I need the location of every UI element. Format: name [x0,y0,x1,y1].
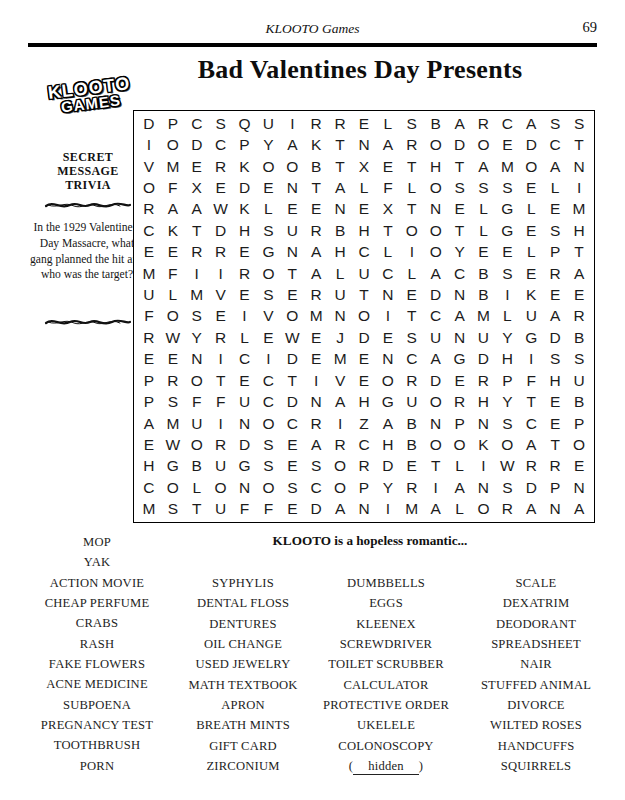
grid-cell[interactable]: L [161,284,185,305]
grid-cell[interactable]: S [567,113,591,134]
grid-cell[interactable]: O [472,134,496,155]
grid-cell[interactable]: P [495,370,519,391]
grid-cell[interactable]: F [233,499,257,520]
grid-cell[interactable]: U [256,113,280,134]
grid-cell[interactable]: C [137,477,161,498]
grid-cell[interactable]: E [304,349,328,370]
grid-cell[interactable]: A [304,242,328,263]
grid-cell[interactable]: I [400,242,424,263]
grid-cell[interactable]: T [543,434,567,455]
grid-cell[interactable]: N [448,327,472,348]
grid-cell[interactable]: R [448,391,472,412]
grid-cell[interactable]: M [161,156,185,177]
grid-cell[interactable]: F [376,177,400,198]
grid-cell[interactable]: L [519,242,543,263]
grid-cell[interactable]: V [137,156,161,177]
grid-cell[interactable]: M [495,156,519,177]
grid-cell[interactable]: E [137,242,161,263]
grid-cell[interactable]: I [376,306,400,327]
grid-cell[interactable]: E [376,156,400,177]
grid-cell[interactable]: N [304,391,328,412]
grid-cell[interactable]: L [448,499,472,520]
grid-cell[interactable]: H [328,242,352,263]
grid-cell[interactable]: E [472,242,496,263]
grid-cell[interactable]: R [543,456,567,477]
grid-cell[interactable]: I [209,413,233,434]
grid-cell[interactable]: R [137,327,161,348]
grid-cell[interactable]: O [161,306,185,327]
grid-cell[interactable]: M [185,284,209,305]
grid-cell[interactable]: N [376,284,400,305]
grid-cell[interactable]: N [567,156,591,177]
grid-cell[interactable]: U [209,499,233,520]
grid-cell[interactable]: E [519,263,543,284]
grid-cell[interactable]: E [161,349,185,370]
grid-cell[interactable]: E [233,242,257,263]
grid-cell[interactable]: V [328,370,352,391]
grid-cell[interactable]: C [519,413,543,434]
grid-cell[interactable]: R [209,156,233,177]
grid-cell[interactable]: L [376,242,400,263]
grid-cell[interactable]: R [304,113,328,134]
grid-cell[interactable]: L [519,199,543,220]
grid-cell[interactable]: S [256,456,280,477]
grid-cell[interactable]: G [161,456,185,477]
grid-cell[interactable]: F [161,177,185,198]
grid-cell[interactable]: B [567,327,591,348]
grid-cell[interactable]: S [495,413,519,434]
grid-cell[interactable]: O [280,156,304,177]
grid-cell[interactable]: A [376,413,400,434]
grid-cell[interactable]: C [352,434,376,455]
grid-cell[interactable]: C [233,349,257,370]
grid-cell[interactable]: Y [376,477,400,498]
grid-cell[interactable]: M [161,413,185,434]
grid-cell[interactable]: G [519,327,543,348]
grid-cell[interactable]: W [161,327,185,348]
grid-cell[interactable]: E [352,113,376,134]
grid-cell[interactable]: T [280,370,304,391]
grid-cell[interactable]: I [328,413,352,434]
grid-cell[interactable]: U [424,327,448,348]
grid-cell[interactable]: T [185,220,209,241]
grid-cell[interactable]: L [448,456,472,477]
grid-cell[interactable]: C [280,413,304,434]
grid-cell[interactable]: R [304,413,328,434]
grid-cell[interactable]: O [185,434,209,455]
grid-cell[interactable]: D [280,391,304,412]
grid-cell[interactable]: Z [352,413,376,434]
grid-cell[interactable]: U [328,284,352,305]
grid-cell[interactable]: M [304,306,328,327]
grid-cell[interactable]: O [352,306,376,327]
grid-cell[interactable]: D [519,477,543,498]
grid-cell[interactable]: A [519,499,543,520]
grid-cell[interactable]: E [185,156,209,177]
grid-cell[interactable]: D [543,327,567,348]
grid-cell[interactable]: T [328,156,352,177]
grid-cell[interactable]: C [543,134,567,155]
grid-cell[interactable]: C [352,242,376,263]
grid-cell[interactable]: R [233,263,257,284]
grid-cell[interactable]: E [567,456,591,477]
grid-cell[interactable]: N [280,242,304,263]
grid-cell[interactable]: A [448,477,472,498]
grid-cell[interactable]: T [448,220,472,241]
grid-cell[interactable]: O [256,477,280,498]
grid-cell[interactable]: A [328,499,352,520]
grid-cell[interactable]: E [256,327,280,348]
grid-cell[interactable]: A [424,349,448,370]
grid-cell[interactable]: C [137,220,161,241]
grid-cell[interactable]: R [209,434,233,455]
grid-cell[interactable]: K [161,220,185,241]
grid-cell[interactable]: E [543,199,567,220]
grid-cell[interactable]: G [256,242,280,263]
grid-cell[interactable]: I [567,177,591,198]
grid-cell[interactable]: A [448,113,472,134]
grid-cell[interactable]: D [280,349,304,370]
grid-cell[interactable]: N [185,349,209,370]
grid-cell[interactable]: C [185,113,209,134]
grid-cell[interactable]: O [256,413,280,434]
grid-cell[interactable]: S [400,113,424,134]
grid-cell[interactable]: L [185,477,209,498]
grid-cell[interactable]: M [567,199,591,220]
grid-cell[interactable]: A [185,199,209,220]
grid-cell[interactable]: E [400,456,424,477]
grid-cell[interactable]: E [256,177,280,198]
grid-cell[interactable]: E [304,327,328,348]
grid-cell[interactable]: P [567,413,591,434]
grid-cell[interactable]: B [400,434,424,455]
grid-cell[interactable]: F [185,391,209,412]
grid-cell[interactable]: O [400,220,424,241]
grid-cell[interactable]: E [352,349,376,370]
grid-cell[interactable]: K [233,199,257,220]
grid-cell[interactable]: R [543,263,567,284]
grid-cell[interactable]: L [352,177,376,198]
grid-cell[interactable]: S [161,499,185,520]
grid-cell[interactable]: S [304,456,328,477]
grid-cell[interactable]: B [424,113,448,134]
grid-cell[interactable]: H [233,220,257,241]
grid-cell[interactable]: E [209,177,233,198]
grid-cell[interactable]: H [495,349,519,370]
grid-cell[interactable]: C [424,306,448,327]
grid-cell[interactable]: O [495,434,519,455]
grid-cell[interactable]: A [280,134,304,155]
grid-cell[interactable]: R [137,199,161,220]
grid-cell[interactable]: Y [448,242,472,263]
grid-cell[interactable]: P [543,477,567,498]
grid-cell[interactable]: G [495,220,519,241]
grid-cell[interactable]: U [209,456,233,477]
grid-cell[interactable]: A [448,306,472,327]
grid-cell[interactable]: X [376,199,400,220]
grid-cell[interactable]: C [400,349,424,370]
grid-cell[interactable]: E [376,327,400,348]
grid-cell[interactable]: D [376,456,400,477]
grid-cell[interactable]: E [280,499,304,520]
grid-cell[interactable]: B [400,413,424,434]
grid-cell[interactable]: G [233,456,257,477]
grid-cell[interactable]: O [376,370,400,391]
grid-cell[interactable]: K [472,434,496,455]
grid-cell[interactable]: B [328,220,352,241]
grid-cell[interactable]: N [424,413,448,434]
grid-cell[interactable]: W [209,199,233,220]
grid-cell[interactable]: A [543,156,567,177]
grid-cell[interactable]: E [543,284,567,305]
grid-cell[interactable]: D [233,177,257,198]
grid-cell[interactable]: A [137,413,161,434]
grid-cell[interactable]: E [519,220,543,241]
grid-cell[interactable]: N [352,499,376,520]
grid-cell[interactable]: B [304,156,328,177]
grid-cell[interactable]: F [161,263,185,284]
grid-cell[interactable]: O [424,434,448,455]
grid-cell[interactable]: E [495,242,519,263]
grid-cell[interactable]: Y [185,327,209,348]
grid-cell[interactable]: D [424,284,448,305]
grid-cell[interactable]: E [137,434,161,455]
grid-cell[interactable]: T [376,220,400,241]
grid-cell[interactable]: N [352,134,376,155]
grid-cell[interactable]: B [567,391,591,412]
grid-cell[interactable]: A [304,434,328,455]
grid-cell[interactable]: A [424,499,448,520]
grid-cell[interactable]: N [448,284,472,305]
grid-cell[interactable]: T [424,456,448,477]
grid-cell[interactable]: N [328,199,352,220]
grid-cell[interactable]: O [256,156,280,177]
grid-cell[interactable]: R [400,134,424,155]
grid-cell[interactable]: T [280,263,304,284]
grid-cell[interactable]: A [519,434,543,455]
grid-cell[interactable]: B [472,284,496,305]
grid-cell[interactable]: L [495,306,519,327]
grid-cell[interactable]: U [519,306,543,327]
grid-cell[interactable]: S [567,349,591,370]
grid-cell[interactable]: S [209,113,233,134]
grid-cell[interactable]: T [400,156,424,177]
grid-cell[interactable]: E [280,199,304,220]
grid-cell[interactable]: R [472,113,496,134]
grid-cell[interactable]: O [328,477,352,498]
grid-cell[interactable]: L [256,199,280,220]
grid-cell[interactable]: F [137,306,161,327]
grid-cell[interactable]: O [256,263,280,284]
grid-cell[interactable]: S [256,434,280,455]
grid-cell[interactable]: N [543,499,567,520]
grid-cell[interactable]: N [233,477,257,498]
grid-cell[interactable]: H [567,220,591,241]
grid-cell[interactable]: G [495,199,519,220]
grid-cell[interactable]: O [280,306,304,327]
grid-cell[interactable]: L [376,113,400,134]
grid-cell[interactable]: V [209,284,233,305]
grid-cell[interactable]: N [328,306,352,327]
grid-cell[interactable]: S [256,284,280,305]
grid-cell[interactable]: U [185,413,209,434]
grid-cell[interactable]: S [495,477,519,498]
grid-cell[interactable]: R [328,113,352,134]
grid-cell[interactable]: U [137,284,161,305]
grid-cell[interactable]: T [304,177,328,198]
grid-cell[interactable]: Y [495,327,519,348]
grid-cell[interactable]: P [543,242,567,263]
grid-cell[interactable]: H [352,391,376,412]
grid-cell[interactable]: O [161,477,185,498]
grid-cell[interactable]: M [137,263,161,284]
grid-cell[interactable]: A [328,177,352,198]
grid-cell[interactable]: U [567,370,591,391]
grid-cell[interactable]: I [280,113,304,134]
grid-cell[interactable]: S [400,327,424,348]
grid-cell[interactable]: U [280,220,304,241]
grid-cell[interactable]: H [472,391,496,412]
grid-cell[interactable]: A [328,391,352,412]
grid-cell[interactable]: E [352,370,376,391]
grid-cell[interactable]: Y [256,134,280,155]
grid-cell[interactable]: D [233,434,257,455]
grid-cell[interactable]: B [472,263,496,284]
grid-cell[interactable]: F [256,499,280,520]
grid-cell[interactable]: S [472,177,496,198]
grid-cell[interactable]: F [209,391,233,412]
grid-cell[interactable]: E [137,349,161,370]
grid-cell[interactable]: L [328,263,352,284]
grid-cell[interactable]: I [424,477,448,498]
grid-cell[interactable]: R [209,327,233,348]
grid-cell[interactable]: E [280,284,304,305]
grid-cell[interactable]: S [280,477,304,498]
grid-cell[interactable]: X [352,156,376,177]
grid-cell[interactable]: I [185,263,209,284]
grid-cell[interactable]: I [137,134,161,155]
grid-cell[interactable]: T [519,391,543,412]
grid-cell[interactable]: C [448,263,472,284]
grid-cell[interactable]: O [567,434,591,455]
grid-cell[interactable]: T [352,284,376,305]
grid-cell[interactable]: E [543,413,567,434]
grid-cell[interactable]: S [543,220,567,241]
grid-cell[interactable]: I [376,499,400,520]
grid-cell[interactable]: D [519,134,543,155]
grid-cell[interactable]: E [400,284,424,305]
grid-cell[interactable]: D [209,220,233,241]
grid-cell[interactable]: H [352,220,376,241]
grid-cell[interactable]: H [376,434,400,455]
grid-cell[interactable]: S [543,349,567,370]
grid-cell[interactable]: L [472,199,496,220]
grid-cell[interactable]: K [304,134,328,155]
grid-cell[interactable]: O [424,134,448,155]
grid-cell[interactable]: M [400,499,424,520]
grid-cell[interactable]: C [304,477,328,498]
grid-cell[interactable]: U [352,263,376,284]
grid-cell[interactable]: H [424,156,448,177]
grid-cell[interactable]: C [209,134,233,155]
grid-cell[interactable]: C [256,391,280,412]
grid-cell[interactable]: M [472,306,496,327]
grid-cell[interactable]: T [400,199,424,220]
grid-cell[interactable]: P [137,391,161,412]
grid-cell[interactable]: T [567,242,591,263]
grid-cell[interactable]: L [543,177,567,198]
grid-cell[interactable]: R [304,220,328,241]
grid-cell[interactable]: O [448,434,472,455]
grid-cell[interactable]: N [472,477,496,498]
grid-cell[interactable]: R [567,306,591,327]
grid-cell[interactable]: U [472,327,496,348]
grid-cell[interactable]: A [543,306,567,327]
grid-cell[interactable]: S [161,391,185,412]
grid-cell[interactable]: O [161,134,185,155]
grid-cell[interactable]: A [376,134,400,155]
grid-cell[interactable]: E [567,284,591,305]
grid-cell[interactable]: F [519,370,543,391]
grid-cell[interactable]: R [185,242,209,263]
grid-cell[interactable]: P [233,134,257,155]
grid-cell[interactable]: D [137,113,161,134]
grid-cell[interactable]: E [543,391,567,412]
grid-cell[interactable]: E [280,434,304,455]
grid-cell[interactable]: G [448,349,472,370]
grid-cell[interactable]: I [472,456,496,477]
grid-cell[interactable]: C [256,370,280,391]
grid-cell[interactable]: O [424,391,448,412]
grid-cell[interactable]: G [376,391,400,412]
grid-cell[interactable]: T [448,156,472,177]
grid-cell[interactable]: S [185,306,209,327]
grid-cell[interactable]: R [209,242,233,263]
grid-cell[interactable]: E [495,134,519,155]
grid-cell[interactable]: A [424,263,448,284]
grid-cell[interactable]: R [472,370,496,391]
grid-cell[interactable]: R [400,370,424,391]
grid-cell[interactable]: O [424,242,448,263]
grid-cell[interactable]: A [304,263,328,284]
grid-cell[interactable]: S [256,220,280,241]
grid-cell[interactable]: L [400,177,424,198]
grid-cell[interactable]: D [304,499,328,520]
grid-cell[interactable]: S [448,177,472,198]
grid-cell[interactable]: K [519,284,543,305]
grid-cell[interactable]: M [328,349,352,370]
grid-cell[interactable]: R [304,284,328,305]
grid-cell[interactable]: I [495,284,519,305]
grid-cell[interactable]: N [567,477,591,498]
grid-cell[interactable]: N [233,413,257,434]
grid-cell[interactable]: N [376,349,400,370]
grid-cell[interactable]: V [256,306,280,327]
grid-cell[interactable]: E [161,242,185,263]
grid-cell[interactable]: T [328,134,352,155]
word-search-grid[interactable]: DPCSQUIRRELSBARCASSIODCPYAKTNARODOEDCTVM… [133,110,595,523]
grid-cell[interactable]: S [543,113,567,134]
grid-cell[interactable]: O [185,370,209,391]
grid-cell[interactable]: K [233,156,257,177]
grid-cell[interactable]: E [448,370,472,391]
grid-cell[interactable]: P [352,477,376,498]
grid-cell[interactable]: D [185,134,209,155]
grid-cell[interactable]: E [233,284,257,305]
grid-cell[interactable]: O [209,477,233,498]
grid-cell[interactable]: O [519,156,543,177]
grid-cell[interactable]: I [233,306,257,327]
